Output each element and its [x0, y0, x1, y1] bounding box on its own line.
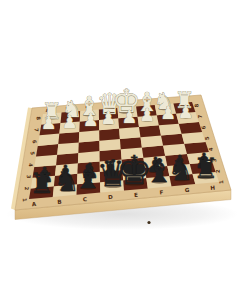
- piece-glyph: ♟: [139, 105, 155, 125]
- clasp-screw: [147, 221, 150, 224]
- white-pawn[interactable]: ♟: [122, 107, 138, 127]
- square-c5[interactable]: [78, 141, 99, 153]
- white-pawn[interactable]: ♟: [160, 103, 176, 123]
- file-label-near-h: H: [210, 185, 216, 191]
- white-pawn[interactable]: ♟: [178, 102, 194, 122]
- file-label-near-c: C: [83, 196, 88, 202]
- square-f5[interactable]: [141, 136, 164, 148]
- piece-glyph: ♟: [41, 113, 57, 133]
- black-rook[interactable]: ♜: [193, 152, 218, 185]
- piece-glyph: ♟: [178, 102, 194, 122]
- piece-glyph: ♟: [122, 107, 138, 127]
- square-a5[interactable]: [36, 144, 58, 156]
- black-rook[interactable]: ♜: [29, 167, 54, 200]
- file-label-near-b: B: [57, 199, 62, 205]
- piece-glyph: ♟: [83, 110, 99, 130]
- white-pawn[interactable]: ♟: [100, 108, 116, 128]
- piece-glyph: ♜: [193, 152, 218, 185]
- square-d6[interactable]: [99, 129, 120, 141]
- piece-glyph: ♟: [100, 108, 116, 128]
- white-pawn[interactable]: ♟: [83, 110, 99, 130]
- piece-glyph: ♟: [160, 103, 176, 123]
- square-b5[interactable]: [57, 142, 79, 154]
- square-c6[interactable]: [79, 130, 100, 142]
- square-g6[interactable]: [159, 124, 182, 136]
- piece-glyph: ♞: [168, 153, 194, 187]
- chess-product-photo: AABBCCDDEEFFGGHH1122334455667788♜♞♝♛♚♝♞♜…: [0, 0, 240, 303]
- black-knight[interactable]: ♞: [168, 153, 194, 187]
- square-h5[interactable]: [182, 132, 206, 144]
- square-g5[interactable]: [161, 134, 184, 146]
- white-pawn[interactable]: ♟: [62, 112, 78, 132]
- square-e6[interactable]: [119, 127, 140, 139]
- white-pawn[interactable]: ♟: [139, 105, 155, 125]
- piece-glyph: ♜: [29, 167, 54, 200]
- piece-glyph: ♟: [62, 112, 78, 132]
- chess-board-scene: AABBCCDDEEFFGGHH1122334455667788♜♞♝♛♚♝♞♜…: [0, 0, 240, 303]
- square-f6[interactable]: [139, 125, 161, 137]
- white-pawn[interactable]: ♟: [41, 113, 57, 133]
- square-h6[interactable]: [179, 122, 202, 134]
- square-b6[interactable]: [58, 132, 79, 144]
- square-a6[interactable]: [38, 134, 60, 146]
